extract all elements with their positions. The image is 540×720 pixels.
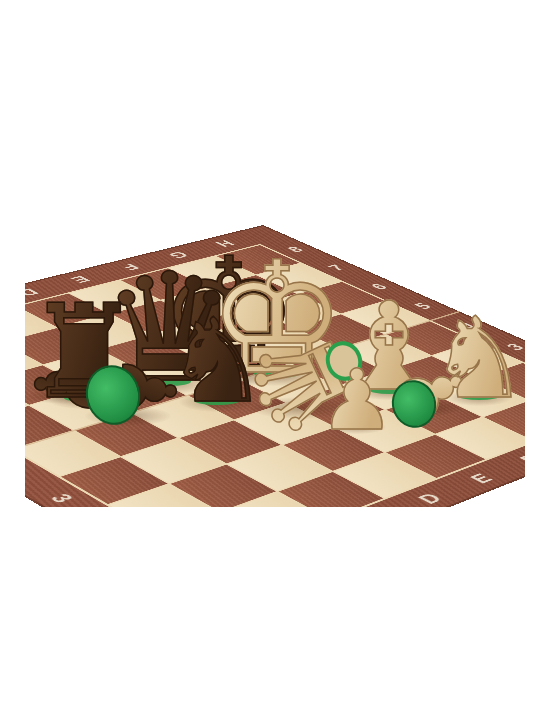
file-label-far-d: D (25, 287, 42, 297)
playing-field (25, 244, 525, 507)
board-window: AABBCCDDEEFFGGHH1122334455667788 (25, 0, 525, 507)
rank-label-right-3: 3 (502, 342, 525, 352)
file-label-far-h: H (212, 239, 237, 248)
rank-label-left-4: 4 (25, 464, 29, 476)
file-label-far-e: E (67, 275, 93, 285)
rank-label-right-4: 4 (456, 321, 480, 331)
file-label-near-e: E (466, 472, 496, 486)
file-label-near-d: D (414, 491, 446, 506)
rank-label-left-3: 3 (46, 492, 78, 505)
file-label-near-f: F (516, 453, 525, 466)
product-photo: AABBCCDDEEFFGGHH1122334455667788 ♟♚♚♛♜♛♝… (0, 0, 540, 720)
rank-label-right-6: 6 (367, 282, 390, 291)
file-label-far-f: F (118, 262, 142, 271)
rank-label-right-7: 7 (325, 263, 348, 272)
rank-label-right-8: 8 (284, 245, 307, 253)
rank-label-right-5: 5 (411, 301, 435, 310)
file-label-far-g: G (165, 250, 191, 260)
chess-board: AABBCCDDEEFFGGHH1122334455667788 (25, 225, 525, 507)
